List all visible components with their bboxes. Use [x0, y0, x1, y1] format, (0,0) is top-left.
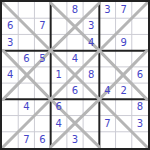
cell-r4c1[interactable]: [2, 51, 18, 67]
cell-r6c6[interactable]: [83, 83, 99, 99]
cell-r8c5[interactable]: [67, 116, 83, 132]
cell-r7c4[interactable]: 6: [51, 99, 67, 115]
cell-r8c3[interactable]: [34, 116, 50, 132]
cell-r2c5[interactable]: [67, 18, 83, 34]
sudoku-grid: 8376733496544186642468473763: [2, 2, 148, 148]
cell-r6c1[interactable]: [2, 83, 18, 99]
cell-r2c7[interactable]: [99, 18, 115, 34]
cell-r6c5[interactable]: 6: [67, 83, 83, 99]
cell-r1c8[interactable]: 7: [116, 2, 132, 18]
cell-r8c7[interactable]: 7: [99, 116, 115, 132]
cell-r4c6[interactable]: [83, 51, 99, 67]
cell-r9c9[interactable]: [132, 132, 148, 148]
cell-r3c6[interactable]: 4: [83, 34, 99, 50]
cell-r4c9[interactable]: [132, 51, 148, 67]
cell-r4c8[interactable]: [116, 51, 132, 67]
cell-r8c8[interactable]: [116, 116, 132, 132]
cell-r4c4[interactable]: [51, 51, 67, 67]
cell-r6c8[interactable]: 2: [116, 83, 132, 99]
cell-r4c2[interactable]: 6: [18, 51, 34, 67]
cell-r1c1[interactable]: [2, 2, 18, 18]
cell-r6c3[interactable]: [34, 83, 50, 99]
cell-r7c6[interactable]: [83, 99, 99, 115]
cell-r2c9[interactable]: [132, 18, 148, 34]
cell-r5c8[interactable]: [116, 67, 132, 83]
cell-r7c1[interactable]: [2, 99, 18, 115]
screenshot: 8376733496544186642468473763: [0, 0, 150, 150]
cell-r8c2[interactable]: [18, 116, 34, 132]
cell-r1c3[interactable]: [34, 2, 50, 18]
cell-r9c8[interactable]: [116, 132, 132, 148]
cell-r3c3[interactable]: [34, 34, 50, 50]
cell-r8c6[interactable]: [83, 116, 99, 132]
cell-r9c7[interactable]: [99, 132, 115, 148]
cell-r8c9[interactable]: 3: [132, 116, 148, 132]
cell-r7c3[interactable]: [34, 99, 50, 115]
cell-r2c8[interactable]: [116, 18, 132, 34]
cell-r1c2[interactable]: [18, 2, 34, 18]
cell-r3c5[interactable]: [67, 34, 83, 50]
cell-r9c4[interactable]: [51, 132, 67, 148]
cell-r5c9[interactable]: 6: [132, 67, 148, 83]
cell-r1c6[interactable]: [83, 2, 99, 18]
cell-r3c4[interactable]: [51, 34, 67, 50]
cell-r7c7[interactable]: [99, 99, 115, 115]
cell-r7c9[interactable]: 8: [132, 99, 148, 115]
cell-r4c5[interactable]: 4: [67, 51, 83, 67]
cell-r7c8[interactable]: [116, 99, 132, 115]
cell-r6c4[interactable]: [51, 83, 67, 99]
cell-r2c6[interactable]: 3: [83, 18, 99, 34]
cell-r7c2[interactable]: 4: [18, 99, 34, 115]
cell-r1c4[interactable]: [51, 2, 67, 18]
cell-r4c7[interactable]: [99, 51, 115, 67]
cell-r9c5[interactable]: 3: [67, 132, 83, 148]
cell-r8c4[interactable]: 4: [51, 116, 67, 132]
sudoku-board: 8376733496544186642468473763: [0, 0, 150, 150]
cell-r9c6[interactable]: [83, 132, 99, 148]
cell-r5c7[interactable]: [99, 67, 115, 83]
cell-r5c6[interactable]: 8: [83, 67, 99, 83]
cell-r6c2[interactable]: [18, 83, 34, 99]
cell-r5c2[interactable]: [18, 67, 34, 83]
cell-r5c5[interactable]: [67, 67, 83, 83]
cell-r5c3[interactable]: [34, 67, 50, 83]
cell-r7c5[interactable]: [67, 99, 83, 115]
cell-r8c1[interactable]: [2, 116, 18, 132]
cell-r6c9[interactable]: [132, 83, 148, 99]
cell-r9c1[interactable]: [2, 132, 18, 148]
cell-r5c1[interactable]: 4: [2, 67, 18, 83]
cell-r9c3[interactable]: 6: [34, 132, 50, 148]
cell-r3c2[interactable]: [18, 34, 34, 50]
cell-r2c3[interactable]: 7: [34, 18, 50, 34]
cell-r2c2[interactable]: [18, 18, 34, 34]
cell-r6c7[interactable]: 4: [99, 83, 115, 99]
cell-r1c7[interactable]: 3: [99, 2, 115, 18]
cell-r3c8[interactable]: 9: [116, 34, 132, 50]
cell-r3c9[interactable]: [132, 34, 148, 50]
cell-r3c7[interactable]: [99, 34, 115, 50]
cell-r4c3[interactable]: 5: [34, 51, 50, 67]
cell-r5c4[interactable]: 1: [51, 67, 67, 83]
cell-r1c9[interactable]: [132, 2, 148, 18]
cell-r2c1[interactable]: 6: [2, 18, 18, 34]
cell-r3c1[interactable]: 3: [2, 34, 18, 50]
cell-r1c5[interactable]: 8: [67, 2, 83, 18]
cell-r9c2[interactable]: 7: [18, 132, 34, 148]
cell-r2c4[interactable]: [51, 18, 67, 34]
